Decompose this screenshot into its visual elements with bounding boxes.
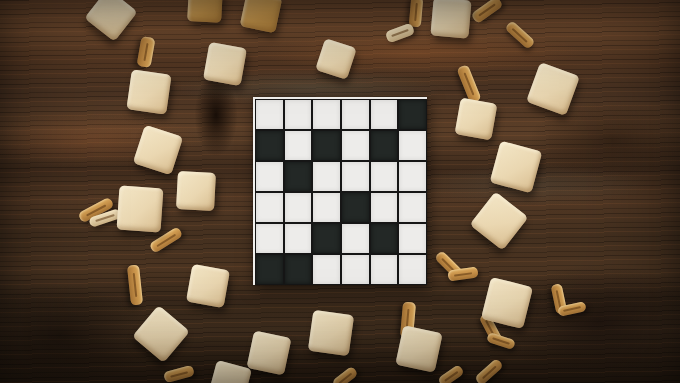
wood-cube: [84, 0, 137, 42]
wood-cube: [308, 310, 354, 356]
white-square-r5c6: [399, 224, 426, 253]
white-square-r4c6: [399, 193, 426, 222]
black-square-r3c2: [285, 162, 312, 191]
white-square-r3c4: [342, 162, 369, 191]
white-square-r4c5: [371, 193, 398, 222]
white-square-r3c3: [313, 162, 340, 191]
white-square-r3c1: [256, 162, 283, 191]
black-square-r2c1: [256, 131, 283, 160]
black-square-r4c4: [342, 193, 369, 222]
white-square-r1c5: [371, 100, 398, 129]
wood-cube: [186, 264, 230, 308]
white-square-r1c1: [256, 100, 283, 129]
black-square-r5c5: [371, 224, 398, 253]
white-square-r4c2: [285, 193, 312, 222]
wood-cube: [176, 171, 216, 211]
white-square-r5c2: [285, 224, 312, 253]
wood-cube: [481, 277, 533, 329]
wood-cube: [490, 141, 543, 194]
white-square-r2c2: [285, 131, 312, 160]
white-square-r6c4: [342, 255, 369, 284]
white-square-r6c6: [399, 255, 426, 284]
wood-cube: [455, 98, 498, 141]
white-square-r4c1: [256, 193, 283, 222]
white-square-r2c6: [399, 131, 426, 160]
black-square-r6c1: [256, 255, 283, 284]
wood-cube: [470, 192, 529, 251]
black-square-r2c5: [371, 131, 398, 160]
wood-cube: [526, 62, 580, 116]
white-square-r5c1: [256, 224, 283, 253]
wood-cube: [395, 325, 442, 372]
black-square-r5c3: [313, 224, 340, 253]
white-square-r1c3: [313, 100, 340, 129]
wood-cube: [126, 69, 171, 114]
white-square-r3c5: [371, 162, 398, 191]
crossword-board: [253, 97, 427, 285]
white-square-r2c4: [342, 131, 369, 160]
white-square-r1c4: [342, 100, 369, 129]
white-square-r3c6: [399, 162, 426, 191]
wood-cube: [208, 360, 252, 383]
wood-cube: [132, 305, 190, 363]
wood-cube: [117, 186, 164, 233]
wood-cube: [246, 330, 291, 375]
black-square-r6c2: [285, 255, 312, 284]
white-square-r6c3: [313, 255, 340, 284]
wood-cube: [133, 125, 183, 175]
white-square-r5c4: [342, 224, 369, 253]
wood-cube: [315, 38, 357, 80]
black-square-r2c3: [313, 131, 340, 160]
wood-cube: [203, 42, 247, 86]
white-square-r6c5: [371, 255, 398, 284]
black-square-r1c6: [399, 100, 426, 129]
white-square-r1c2: [285, 100, 312, 129]
wood-cube: [187, 0, 223, 23]
crossword-grid: [255, 99, 427, 285]
white-square-r4c3: [313, 193, 340, 222]
wood-cube: [240, 0, 283, 33]
wood-cube: [430, 0, 471, 39]
wood-table-scene: [0, 0, 680, 383]
